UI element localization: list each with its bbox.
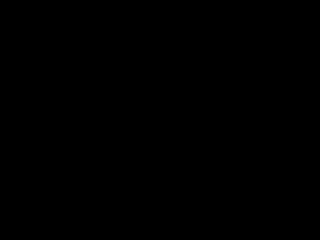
- chess-board: [68, 0, 252, 180]
- app-background: [0, 0, 320, 180]
